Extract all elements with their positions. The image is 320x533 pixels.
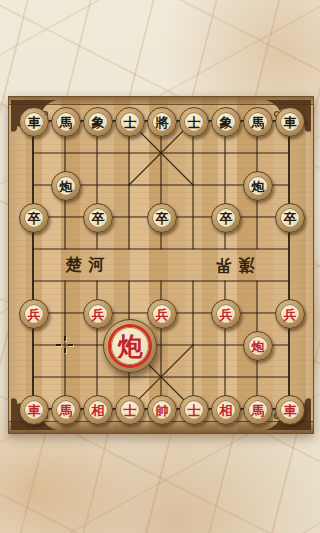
piece-red-chariot[interactable]: 車 [275, 395, 305, 425]
piece-label: 象 [216, 112, 236, 132]
piece-label: 車 [24, 112, 44, 132]
piece-black-chariot[interactable]: 車 [19, 107, 49, 137]
piece-red-elephant[interactable]: 相 [83, 395, 113, 425]
piece-label: 卒 [152, 208, 172, 228]
piece-label: 將 [152, 112, 172, 132]
piece-label: 馬 [248, 112, 268, 132]
piece-label: 炮 [248, 176, 268, 196]
piece-label: 相 [88, 400, 108, 420]
piece-label: 兵 [24, 304, 44, 324]
piece-label: 車 [280, 400, 300, 420]
piece-label: 車 [280, 112, 300, 132]
piece-label: 車 [24, 400, 44, 420]
piece-red-general[interactable]: 帥 [147, 395, 177, 425]
piece-red-horse[interactable]: 馬 [51, 395, 81, 425]
piece-red-soldier[interactable]: 兵 [19, 299, 49, 329]
piece-black-advisor[interactable]: 士 [115, 107, 145, 137]
piece-black-soldier[interactable]: 卒 [83, 203, 113, 233]
piece-label: 馬 [56, 400, 76, 420]
piece-red-horse[interactable]: 馬 [243, 395, 273, 425]
piece-label: 卒 [88, 208, 108, 228]
piece-red-soldier[interactable]: 兵 [275, 299, 305, 329]
piece-black-general[interactable]: 將 [147, 107, 177, 137]
piece-red-chariot[interactable]: 車 [19, 395, 49, 425]
piece-black-soldier[interactable]: 卒 [19, 203, 49, 233]
piece-black-chariot[interactable]: 車 [275, 107, 305, 137]
piece-label: 卒 [24, 208, 44, 228]
piece-red-soldier[interactable]: 兵 [147, 299, 177, 329]
piece-label: 卒 [216, 208, 236, 228]
piece-label: 帥 [152, 400, 172, 420]
xiangqi-board[interactable]: 楚河 漢界 車馬象士將士象馬車炮炮卒卒卒卒卒兵兵兵兵兵炮炮車馬相士帥士相馬車 [8, 96, 314, 434]
piece-label: 兵 [280, 304, 300, 324]
piece-black-soldier[interactable]: 卒 [211, 203, 241, 233]
river-label-han-border: 漢界 [189, 254, 281, 276]
piece-label: 相 [216, 400, 236, 420]
river-label-chu-river: 楚河 [39, 254, 131, 276]
cross-marker-icon [55, 335, 75, 355]
piece-red-advisor[interactable]: 士 [179, 395, 209, 425]
piece-red-cannon[interactable]: 炮 [103, 319, 157, 373]
piece-label: 士 [120, 400, 140, 420]
piece-label: 炮 [56, 176, 76, 196]
piece-red-soldier[interactable]: 兵 [83, 299, 113, 329]
piece-label: 馬 [56, 112, 76, 132]
piece-label: 士 [184, 400, 204, 420]
piece-red-soldier[interactable]: 兵 [211, 299, 241, 329]
piece-black-horse[interactable]: 馬 [51, 107, 81, 137]
piece-label: 馬 [248, 400, 268, 420]
piece-red-cannon[interactable]: 炮 [243, 331, 273, 361]
piece-label: 士 [184, 112, 204, 132]
piece-label: 兵 [152, 304, 172, 324]
piece-label: 士 [120, 112, 140, 132]
piece-label: 卒 [280, 208, 300, 228]
piece-red-advisor[interactable]: 士 [115, 395, 145, 425]
piece-label: 兵 [216, 304, 236, 324]
piece-red-elephant[interactable]: 相 [211, 395, 241, 425]
piece-black-cannon[interactable]: 炮 [243, 171, 273, 201]
piece-label: 兵 [88, 304, 108, 324]
last-move-from-marker [55, 335, 75, 355]
piece-black-advisor[interactable]: 士 [179, 107, 209, 137]
piece-label: 炮 [248, 336, 268, 356]
piece-black-elephant[interactable]: 象 [211, 107, 241, 137]
piece-black-horse[interactable]: 馬 [243, 107, 273, 137]
piece-label: 象 [88, 112, 108, 132]
piece-black-elephant[interactable]: 象 [83, 107, 113, 137]
piece-black-soldier[interactable]: 卒 [275, 203, 305, 233]
piece-black-soldier[interactable]: 卒 [147, 203, 177, 233]
piece-label: 炮 [111, 327, 149, 365]
piece-black-cannon[interactable]: 炮 [51, 171, 81, 201]
